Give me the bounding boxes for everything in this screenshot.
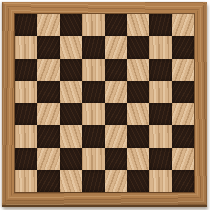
square-a6[interactable] xyxy=(15,59,37,81)
chessboard xyxy=(2,2,207,207)
square-g6[interactable] xyxy=(149,59,171,81)
square-e2[interactable] xyxy=(105,148,127,170)
square-a7[interactable] xyxy=(15,36,37,58)
square-b7[interactable] xyxy=(37,36,59,58)
square-c1[interactable] xyxy=(60,170,82,192)
square-f6[interactable] xyxy=(127,59,149,81)
square-h7[interactable] xyxy=(172,36,194,58)
square-f4[interactable] xyxy=(127,103,149,125)
square-e6[interactable] xyxy=(105,59,127,81)
square-a8[interactable] xyxy=(15,14,37,36)
square-c6[interactable] xyxy=(60,59,82,81)
board-frame-top xyxy=(2,2,207,14)
square-e4[interactable] xyxy=(105,103,127,125)
square-a3[interactable] xyxy=(15,125,37,147)
square-f8[interactable] xyxy=(127,14,149,36)
square-d6[interactable] xyxy=(82,59,104,81)
square-d3[interactable] xyxy=(82,125,104,147)
square-b1[interactable] xyxy=(37,170,59,192)
square-c3[interactable] xyxy=(60,125,82,147)
square-e5[interactable] xyxy=(105,81,127,103)
square-g1[interactable] xyxy=(149,170,171,192)
square-g7[interactable] xyxy=(149,36,171,58)
square-g5[interactable] xyxy=(149,81,171,103)
square-h2[interactable] xyxy=(172,148,194,170)
square-e8[interactable] xyxy=(105,14,127,36)
square-d4[interactable] xyxy=(82,103,104,125)
square-h1[interactable] xyxy=(172,170,194,192)
square-d7[interactable] xyxy=(82,36,104,58)
square-c2[interactable] xyxy=(60,148,82,170)
board-frame-bottom xyxy=(2,192,207,205)
square-f3[interactable] xyxy=(127,125,149,147)
square-f1[interactable] xyxy=(127,170,149,192)
square-b4[interactable] xyxy=(37,103,59,125)
square-g8[interactable] xyxy=(149,14,171,36)
square-c8[interactable] xyxy=(60,14,82,36)
square-g3[interactable] xyxy=(149,125,171,147)
square-a5[interactable] xyxy=(15,81,37,103)
square-e7[interactable] xyxy=(105,36,127,58)
square-g4[interactable] xyxy=(149,103,171,125)
square-b6[interactable] xyxy=(37,59,59,81)
square-h8[interactable] xyxy=(172,14,194,36)
square-b5[interactable] xyxy=(37,81,59,103)
square-h4[interactable] xyxy=(172,103,194,125)
board-frame-right xyxy=(194,2,207,205)
square-a2[interactable] xyxy=(15,148,37,170)
square-h3[interactable] xyxy=(172,125,194,147)
square-f2[interactable] xyxy=(127,148,149,170)
square-f5[interactable] xyxy=(127,81,149,103)
square-e3[interactable] xyxy=(105,125,127,147)
square-d2[interactable] xyxy=(82,148,104,170)
square-h6[interactable] xyxy=(172,59,194,81)
square-b3[interactable] xyxy=(37,125,59,147)
square-d1[interactable] xyxy=(82,170,104,192)
square-c5[interactable] xyxy=(60,81,82,103)
square-b2[interactable] xyxy=(37,148,59,170)
square-a4[interactable] xyxy=(15,103,37,125)
square-a1[interactable] xyxy=(15,170,37,192)
board-grid xyxy=(15,14,194,192)
square-f7[interactable] xyxy=(127,36,149,58)
square-d8[interactable] xyxy=(82,14,104,36)
square-h5[interactable] xyxy=(172,81,194,103)
square-c4[interactable] xyxy=(60,103,82,125)
photo-background xyxy=(0,0,210,210)
square-c7[interactable] xyxy=(60,36,82,58)
board-frame-left xyxy=(2,2,15,205)
square-d5[interactable] xyxy=(82,81,104,103)
square-e1[interactable] xyxy=(105,170,127,192)
square-b8[interactable] xyxy=(37,14,59,36)
square-g2[interactable] xyxy=(149,148,171,170)
